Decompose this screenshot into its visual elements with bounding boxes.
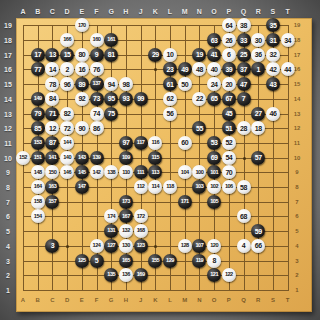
row-label-right-10: 10 [294, 155, 301, 161]
column-label-bottom-F: F [95, 297, 99, 303]
stone-J4[interactable]: 123 [134, 239, 148, 253]
column-label-top-F: F [94, 8, 98, 15]
stone-F13[interactable]: 74 [90, 107, 104, 121]
stone-O3[interactable]: 8 [207, 254, 221, 268]
stone-R17[interactable]: 36 [251, 48, 265, 62]
stone-N14[interactable]: 22 [192, 92, 206, 106]
stone-Q15[interactable]: 47 [237, 77, 251, 91]
column-label-bottom-E: E [80, 297, 84, 303]
row-label-left-10: 10 [4, 154, 12, 161]
go-app-background: 1706438351661601616326333031341713158098… [0, 0, 320, 320]
stone-B11[interactable]: 153 [31, 136, 45, 150]
stone-O8[interactable]: 102 [207, 180, 221, 194]
column-label-bottom-C: C [50, 297, 54, 303]
column-label-bottom-A: A [21, 297, 25, 303]
stone-G15[interactable]: 94 [104, 77, 118, 91]
column-label-top-R: R [256, 8, 261, 15]
stone-C13[interactable]: 71 [45, 107, 59, 121]
stone-M11[interactable]: 60 [178, 136, 192, 150]
stone-S13[interactable]: 46 [266, 107, 280, 121]
stone-R16[interactable]: 1 [251, 62, 265, 76]
column-label-top-A: A [20, 8, 25, 15]
stone-O15[interactable]: 24 [207, 77, 221, 91]
stone-G14[interactable]: 95 [104, 92, 118, 106]
stone-C11[interactable]: 87 [45, 136, 59, 150]
stone-P2[interactable]: 122 [222, 268, 236, 282]
stone-P16[interactable]: 39 [222, 62, 236, 76]
star-point-K4 [154, 245, 157, 248]
row-label-left-14: 14 [4, 95, 12, 102]
row-label-left-15: 15 [4, 81, 12, 88]
stone-H7[interactable]: 173 [119, 195, 133, 209]
row-label-right-4: 4 [295, 243, 298, 249]
row-label-left-11: 11 [4, 139, 11, 146]
column-label-bottom-Q: Q [241, 297, 246, 303]
row-label-right-13: 13 [294, 111, 301, 117]
stone-T18[interactable]: 34 [281, 33, 295, 47]
stone-M9[interactable]: 104 [178, 165, 192, 179]
stone-D9[interactable]: 146 [60, 165, 74, 179]
grid-line-horizontal [23, 231, 289, 232]
row-label-left-19: 19 [4, 22, 12, 29]
stone-F17[interactable]: 9 [90, 48, 104, 62]
stone-B7[interactable]: 158 [31, 195, 45, 209]
stone-P14[interactable]: 67 [222, 92, 236, 106]
column-label-bottom-O: O [212, 297, 217, 303]
stone-J11[interactable]: 117 [134, 136, 148, 150]
column-label-bottom-R: R [256, 297, 260, 303]
stone-T16[interactable]: 44 [281, 62, 295, 76]
stone-P18[interactable]: 26 [222, 33, 236, 47]
stone-C14[interactable]: 84 [45, 92, 59, 106]
stone-E17[interactable]: 80 [75, 48, 89, 62]
stone-S15[interactable]: 43 [266, 77, 280, 91]
stone-O9[interactable]: 101 [207, 165, 221, 179]
row-label-right-17: 17 [294, 52, 301, 58]
stone-N4[interactable]: 107 [192, 239, 206, 253]
column-label-top-C: C [50, 8, 55, 15]
row-label-left-13: 13 [4, 110, 12, 117]
stone-Q6[interactable]: 68 [237, 209, 251, 223]
stone-C9[interactable]: 150 [45, 165, 59, 179]
stone-D10[interactable]: 140 [60, 151, 74, 165]
stone-L17[interactable]: 10 [163, 48, 177, 62]
stone-O10[interactable]: 69 [207, 151, 221, 165]
stone-H10[interactable]: 109 [119, 151, 133, 165]
stone-N8[interactable]: 103 [192, 180, 206, 194]
column-label-bottom-K: K [153, 297, 157, 303]
star-point-D4 [66, 245, 69, 248]
row-label-right-5: 5 [295, 228, 298, 234]
stone-L15[interactable]: 61 [163, 77, 177, 91]
stone-J6[interactable]: 172 [134, 209, 148, 223]
stone-H9[interactable]: 110 [119, 165, 133, 179]
stone-N3[interactable]: 119 [192, 254, 206, 268]
stone-B14[interactable]: 149 [31, 92, 45, 106]
grid-line-horizontal [23, 202, 289, 203]
stone-M15[interactable]: 50 [178, 77, 192, 91]
stone-O16[interactable]: 40 [207, 62, 221, 76]
column-label-bottom-L: L [168, 297, 172, 303]
stone-G17[interactable]: 81 [104, 48, 118, 62]
stone-N17[interactable]: 19 [192, 48, 206, 62]
stone-C12[interactable]: 12 [45, 121, 59, 135]
column-label-top-N: N [197, 8, 202, 15]
row-label-left-9: 9 [6, 169, 10, 176]
stone-P15[interactable]: 20 [222, 77, 236, 91]
stone-H4[interactable]: 130 [119, 239, 133, 253]
row-label-right-3: 3 [295, 258, 298, 264]
stone-B16[interactable]: 77 [31, 62, 45, 76]
stone-R4[interactable]: 66 [251, 239, 265, 253]
column-label-bottom-N: N [197, 297, 201, 303]
column-label-top-K: K [153, 8, 158, 15]
row-label-right-12: 12 [294, 125, 301, 131]
row-label-left-18: 18 [4, 37, 12, 44]
stone-S19[interactable]: 35 [266, 18, 280, 32]
row-label-left-5: 5 [6, 228, 10, 235]
stone-C8[interactable]: 163 [45, 180, 59, 194]
stone-C4[interactable]: 3 [45, 239, 59, 253]
stone-H5[interactable]: 132 [119, 224, 133, 238]
star-point-Q10 [243, 157, 246, 160]
stone-E12[interactable]: 90 [75, 121, 89, 135]
row-label-left-17: 17 [4, 51, 12, 58]
column-label-top-D: D [65, 8, 70, 15]
stone-F4[interactable]: 124 [90, 239, 104, 253]
stone-C16[interactable]: 14 [45, 62, 59, 76]
stone-G18[interactable]: 161 [104, 33, 118, 47]
stone-D15[interactable]: 96 [60, 77, 74, 91]
stone-K8[interactable]: 114 [148, 180, 162, 194]
column-label-top-H: H [123, 8, 128, 15]
stone-J14[interactable]: 99 [134, 92, 148, 106]
stone-E19[interactable]: 170 [75, 18, 89, 32]
stone-M16[interactable]: 49 [178, 62, 192, 76]
stone-R10[interactable]: 57 [251, 151, 265, 165]
stone-J5[interactable]: 168 [134, 224, 148, 238]
row-label-left-2: 2 [6, 272, 10, 279]
column-label-bottom-J: J [139, 297, 142, 303]
row-label-left-7: 7 [6, 198, 10, 205]
stone-Q12[interactable]: 28 [237, 121, 251, 135]
stone-P8[interactable]: 106 [222, 180, 236, 194]
stone-H2[interactable]: 136 [119, 268, 133, 282]
stone-R18[interactable]: 30 [251, 33, 265, 47]
row-label-left-3: 3 [6, 257, 10, 264]
column-label-bottom-M: M [182, 297, 187, 303]
stone-M4[interactable]: 128 [178, 239, 192, 253]
stone-F14[interactable]: 73 [90, 92, 104, 106]
stone-S17[interactable]: 32 [266, 48, 280, 62]
stone-R5[interactable]: 59 [251, 224, 265, 238]
stone-G4[interactable]: 127 [104, 239, 118, 253]
stone-B12[interactable]: 85 [31, 121, 45, 135]
stone-Q17[interactable]: 25 [237, 48, 251, 62]
stone-C15[interactable]: 78 [45, 77, 59, 91]
stone-H14[interactable]: 93 [119, 92, 133, 106]
stone-H15[interactable]: 98 [119, 77, 133, 91]
column-label-top-O: O [211, 8, 216, 15]
star-point-K16 [154, 68, 157, 71]
stone-O14[interactable]: 65 [207, 92, 221, 106]
stone-D13[interactable]: 82 [60, 107, 74, 121]
column-label-top-S: S [271, 8, 276, 15]
stone-E9[interactable]: 145 [75, 165, 89, 179]
column-label-top-Q: Q [241, 8, 246, 15]
column-label-top-J: J [139, 8, 143, 15]
stone-P9[interactable]: 70 [222, 165, 236, 179]
stone-D17[interactable]: 15 [60, 48, 74, 62]
stone-Q19[interactable]: 38 [237, 18, 251, 32]
stone-K9[interactable]: 113 [148, 165, 162, 179]
row-label-left-4: 4 [6, 242, 10, 249]
stone-O17[interactable]: 41 [207, 48, 221, 62]
stone-D12[interactable]: 72 [60, 121, 74, 135]
stone-P13[interactable]: 45 [222, 107, 236, 121]
stone-E10[interactable]: 143 [75, 151, 89, 165]
stone-C7[interactable]: 157 [45, 195, 59, 209]
stone-O18[interactable]: 63 [207, 33, 221, 47]
stone-R13[interactable]: 27 [251, 107, 265, 121]
stone-F10[interactable]: 139 [90, 151, 104, 165]
stone-P11[interactable]: 52 [222, 136, 236, 150]
stone-H3[interactable]: 165 [119, 254, 133, 268]
stone-G9[interactable]: 138 [104, 165, 118, 179]
stone-F18[interactable]: 160 [90, 33, 104, 47]
column-label-top-G: G [108, 8, 113, 15]
stone-H11[interactable]: 97 [119, 136, 133, 150]
row-label-right-15: 15 [294, 81, 301, 87]
stone-K10[interactable]: 115 [148, 151, 162, 165]
row-label-right-1: 1 [295, 287, 298, 293]
column-label-top-M: M [182, 8, 188, 15]
stone-C17[interactable]: 13 [45, 48, 59, 62]
stone-D18[interactable]: 166 [60, 33, 74, 47]
stone-E15[interactable]: 89 [75, 77, 89, 91]
stone-D16[interactable]: 2 [60, 62, 74, 76]
row-label-right-7: 7 [295, 199, 298, 205]
row-label-right-9: 9 [295, 169, 298, 175]
row-label-right-6: 6 [295, 213, 298, 219]
stone-O2[interactable]: 121 [207, 268, 221, 282]
stone-G5[interactable]: 131 [104, 224, 118, 238]
stone-L13[interactable]: 56 [163, 107, 177, 121]
stone-G2[interactable]: 135 [104, 268, 118, 282]
stone-L14[interactable]: 62 [163, 92, 177, 106]
stone-P17[interactable]: 6 [222, 48, 236, 62]
stone-J2[interactable]: 169 [134, 268, 148, 282]
row-label-right-14: 14 [294, 96, 301, 102]
column-label-bottom-D: D [65, 297, 69, 303]
stone-K17[interactable]: 29 [148, 48, 162, 62]
stone-G6[interactable]: 174 [104, 209, 118, 223]
row-label-left-8: 8 [6, 184, 10, 191]
stone-J9[interactable]: 111 [134, 165, 148, 179]
stone-Q18[interactable]: 33 [237, 33, 251, 47]
stone-M7[interactable]: 171 [178, 195, 192, 209]
stone-K3[interactable]: 155 [148, 254, 162, 268]
stone-Q14[interactable]: 7 [237, 92, 251, 106]
stone-E3[interactable]: 125 [75, 254, 89, 268]
column-label-bottom-G: G [109, 297, 114, 303]
row-label-left-6: 6 [6, 213, 10, 220]
stone-B6[interactable]: 154 [31, 209, 45, 223]
stone-Q4[interactable]: 4 [237, 239, 251, 253]
stone-N9[interactable]: 100 [192, 165, 206, 179]
column-label-top-B: B [35, 8, 40, 15]
stone-B13[interactable]: 79 [31, 107, 45, 121]
stone-H6[interactable]: 167 [119, 209, 133, 223]
stone-O11[interactable]: 53 [207, 136, 221, 150]
stone-J8[interactable]: 112 [134, 180, 148, 194]
row-label-right-11: 11 [294, 140, 300, 146]
stone-P19[interactable]: 64 [222, 18, 236, 32]
column-label-top-L: L [168, 8, 172, 15]
row-label-right-16: 16 [294, 66, 301, 72]
stone-P12[interactable]: 51 [222, 121, 236, 135]
column-label-bottom-S: S [271, 297, 275, 303]
column-label-bottom-P: P [227, 297, 231, 303]
stone-B10[interactable]: 151 [31, 151, 45, 165]
stone-L16[interactable]: 23 [163, 62, 177, 76]
column-label-bottom-B: B [36, 297, 40, 303]
stone-D11[interactable]: 144 [60, 136, 74, 150]
stone-E8[interactable]: 147 [75, 180, 89, 194]
stone-F9[interactable]: 142 [90, 165, 104, 179]
row-label-left-16: 16 [4, 66, 12, 73]
row-label-right-2: 2 [295, 272, 298, 278]
stone-N16[interactable]: 48 [192, 62, 206, 76]
grid-line-horizontal [23, 275, 289, 276]
stone-Q8[interactable]: 58 [237, 180, 251, 194]
stone-C10[interactable]: 141 [45, 151, 59, 165]
stone-G13[interactable]: 75 [104, 107, 118, 121]
stone-F3[interactable]: 5 [90, 254, 104, 268]
grid-line-horizontal [23, 290, 289, 291]
stone-K11[interactable]: 116 [148, 136, 162, 150]
stone-E14[interactable]: 92 [75, 92, 89, 106]
stone-B17[interactable]: 17 [31, 48, 45, 62]
row-label-left-12: 12 [4, 125, 12, 132]
stone-O7[interactable]: 105 [207, 195, 221, 209]
row-label-right-19: 19 [294, 22, 301, 28]
row-label-right-18: 18 [294, 37, 301, 43]
stone-B9[interactable]: 148 [31, 165, 45, 179]
go-board[interactable]: 1706438351661601616326333031341713158098… [16, 18, 312, 312]
column-label-bottom-H: H [124, 297, 128, 303]
stone-F15[interactable]: 137 [90, 77, 104, 91]
column-label-bottom-T: T [286, 297, 290, 303]
row-label-left-1: 1 [6, 286, 10, 293]
stone-L8[interactable]: 118 [163, 180, 177, 194]
stone-F12[interactable]: 86 [90, 121, 104, 135]
stone-S16[interactable]: 42 [266, 62, 280, 76]
stone-L3[interactable]: 129 [163, 254, 177, 268]
stone-A10[interactable]: 152 [16, 151, 30, 165]
column-label-top-T: T [285, 8, 289, 15]
stone-F16[interactable]: 76 [90, 62, 104, 76]
row-label-right-8: 8 [295, 184, 298, 190]
column-label-top-P: P [226, 8, 231, 15]
stone-O4[interactable]: 120 [207, 239, 221, 253]
column-label-top-E: E [79, 8, 84, 15]
stone-S18[interactable]: 31 [266, 33, 280, 47]
stone-N12[interactable]: 55 [192, 121, 206, 135]
stone-B8[interactable]: 164 [31, 180, 45, 194]
stone-E16[interactable]: 16 [75, 62, 89, 76]
stone-Q16[interactable]: 37 [237, 62, 251, 76]
stone-P10[interactable]: 54 [222, 151, 236, 165]
stone-R12[interactable]: 18 [251, 121, 265, 135]
